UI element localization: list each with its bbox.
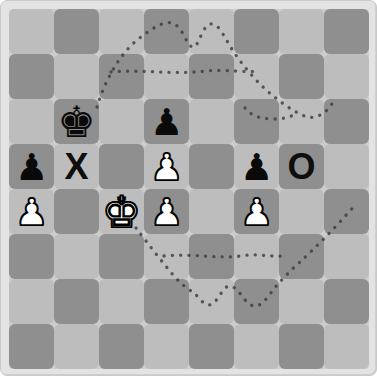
- white-pawn-piece[interactable]: ♟: [15, 189, 48, 235]
- black-pawn-piece[interactable]: ♟: [240, 144, 273, 190]
- square-f5[interactable]: ♟: [234, 144, 279, 189]
- square-g3[interactable]: [279, 234, 324, 279]
- square-g7[interactable]: [279, 54, 324, 99]
- square-e2[interactable]: [189, 279, 234, 324]
- white-pawn-piece[interactable]: ♟: [240, 189, 273, 235]
- square-e7[interactable]: [189, 54, 234, 99]
- square-a5[interactable]: ♟: [9, 144, 54, 189]
- square-c3[interactable]: [99, 234, 144, 279]
- square-a1[interactable]: [9, 324, 54, 369]
- square-g5[interactable]: O: [279, 144, 324, 189]
- square-e3[interactable]: [189, 234, 234, 279]
- square-b6[interactable]: ♚: [54, 99, 99, 144]
- black-king-piece[interactable]: ♚: [57, 99, 96, 145]
- square-h5[interactable]: [324, 144, 369, 189]
- square-h6[interactable]: [324, 99, 369, 144]
- square-c1[interactable]: [99, 324, 144, 369]
- square-d2[interactable]: [144, 279, 189, 324]
- chess-diagram: ♚♟♟X♟♟O♟♚♟♟: [0, 0, 377, 376]
- square-f1[interactable]: [234, 324, 279, 369]
- chess-board: ♚♟♟X♟♟O♟♚♟♟: [9, 9, 369, 369]
- square-b5[interactable]: X: [54, 144, 99, 189]
- square-a7[interactable]: [9, 54, 54, 99]
- square-d1[interactable]: [144, 324, 189, 369]
- square-f4[interactable]: ♟: [234, 189, 279, 234]
- square-g2[interactable]: [279, 279, 324, 324]
- square-d7[interactable]: [144, 54, 189, 99]
- square-h8[interactable]: [324, 9, 369, 54]
- square-f8[interactable]: [234, 9, 279, 54]
- marker-o: O: [287, 144, 315, 189]
- square-c8[interactable]: [99, 9, 144, 54]
- white-pawn-piece[interactable]: ♟: [150, 144, 183, 190]
- square-e5[interactable]: [189, 144, 234, 189]
- square-e6[interactable]: [189, 99, 234, 144]
- square-a2[interactable]: [9, 279, 54, 324]
- square-h2[interactable]: [324, 279, 369, 324]
- square-h3[interactable]: [324, 234, 369, 279]
- white-king-piece[interactable]: ♚: [102, 189, 141, 235]
- square-g4[interactable]: [279, 189, 324, 234]
- black-pawn-piece[interactable]: ♟: [15, 144, 48, 190]
- square-d6[interactable]: ♟: [144, 99, 189, 144]
- square-d4[interactable]: ♟: [144, 189, 189, 234]
- square-c2[interactable]: [99, 279, 144, 324]
- square-h4[interactable]: [324, 189, 369, 234]
- square-f3[interactable]: [234, 234, 279, 279]
- square-c6[interactable]: [99, 99, 144, 144]
- square-b7[interactable]: [54, 54, 99, 99]
- square-g8[interactable]: [279, 9, 324, 54]
- square-g1[interactable]: [279, 324, 324, 369]
- square-c4[interactable]: ♚: [99, 189, 144, 234]
- square-c5[interactable]: [99, 144, 144, 189]
- square-a3[interactable]: [9, 234, 54, 279]
- square-e1[interactable]: [189, 324, 234, 369]
- square-f2[interactable]: [234, 279, 279, 324]
- square-b1[interactable]: [54, 324, 99, 369]
- square-a6[interactable]: [9, 99, 54, 144]
- square-h1[interactable]: [324, 324, 369, 369]
- square-b2[interactable]: [54, 279, 99, 324]
- square-d3[interactable]: [144, 234, 189, 279]
- square-h7[interactable]: [324, 54, 369, 99]
- square-d8[interactable]: [144, 9, 189, 54]
- square-c7[interactable]: [99, 54, 144, 99]
- square-b4[interactable]: [54, 189, 99, 234]
- marker-x: X: [64, 144, 88, 189]
- square-e8[interactable]: [189, 9, 234, 54]
- square-g6[interactable]: [279, 99, 324, 144]
- square-d5[interactable]: ♟: [144, 144, 189, 189]
- white-pawn-piece[interactable]: ♟: [150, 189, 183, 235]
- square-a4[interactable]: ♟: [9, 189, 54, 234]
- square-f6[interactable]: [234, 99, 279, 144]
- square-a8[interactable]: [9, 9, 54, 54]
- square-b8[interactable]: [54, 9, 99, 54]
- square-f7[interactable]: [234, 54, 279, 99]
- square-b3[interactable]: [54, 234, 99, 279]
- square-e4[interactable]: [189, 189, 234, 234]
- black-pawn-piece[interactable]: ♟: [150, 99, 183, 145]
